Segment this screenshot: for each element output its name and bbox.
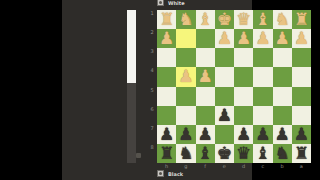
- black-pawn-piece[interactable]: ♟: [178, 125, 193, 144]
- square-h3[interactable]: [157, 48, 176, 67]
- square-g8[interactable]: ♞: [176, 144, 195, 163]
- black-pawn-piece[interactable]: ♟: [217, 106, 232, 125]
- black-player-avatar[interactable]: [157, 170, 164, 177]
- square-f8[interactable]: ♝: [196, 144, 215, 163]
- white-king-piece[interactable]: ♚: [217, 10, 232, 29]
- square-b7[interactable]: ♟: [273, 125, 292, 144]
- square-g4[interactable]: ♟: [176, 67, 195, 86]
- square-b8[interactable]: ♞: [273, 144, 292, 163]
- file-label-a: a: [292, 162, 311, 170]
- white-pawn-piece[interactable]: ♟: [294, 29, 309, 48]
- white-knight-piece[interactable]: ♞: [275, 10, 290, 29]
- square-c4[interactable]: [253, 67, 272, 86]
- square-e1[interactable]: ♚: [215, 10, 234, 29]
- black-pawn-piece[interactable]: ♟: [236, 125, 251, 144]
- square-e4[interactable]: [215, 67, 234, 86]
- square-c3[interactable]: [253, 48, 272, 67]
- square-e3[interactable]: [215, 48, 234, 67]
- black-queen-piece[interactable]: ♛: [236, 144, 251, 163]
- square-b5[interactable]: [273, 87, 292, 106]
- square-g2[interactable]: [176, 29, 195, 48]
- square-a7[interactable]: ♟: [292, 125, 311, 144]
- square-h6[interactable]: [157, 106, 176, 125]
- file-label-e: e: [215, 162, 234, 170]
- file-label-f: f: [196, 162, 215, 170]
- white-player-avatar[interactable]: [157, 0, 164, 6]
- square-g5[interactable]: [176, 87, 195, 106]
- white-bishop-piece[interactable]: ♝: [255, 10, 270, 29]
- white-pawn-piece[interactable]: ♟: [255, 29, 270, 48]
- square-g7[interactable]: ♟: [176, 125, 195, 144]
- square-a5[interactable]: [292, 87, 311, 106]
- square-f1[interactable]: ♝: [196, 10, 215, 29]
- white-bishop-piece[interactable]: ♝: [198, 10, 213, 29]
- white-pawn-piece[interactable]: ♟: [159, 29, 174, 48]
- square-d1[interactable]: ♛: [234, 10, 253, 29]
- black-pawn-piece[interactable]: ♟: [255, 125, 270, 144]
- square-a4[interactable]: [292, 67, 311, 86]
- file-labels: hgfedcba: [157, 162, 311, 170]
- square-d8[interactable]: ♛: [234, 144, 253, 163]
- square-f7[interactable]: ♟: [196, 125, 215, 144]
- white-queen-piece[interactable]: ♛: [236, 10, 251, 29]
- file-label-b: b: [273, 162, 292, 170]
- square-a2[interactable]: ♟: [292, 29, 311, 48]
- file-label-c: c: [253, 162, 272, 170]
- square-g6[interactable]: [176, 106, 195, 125]
- square-c1[interactable]: ♝: [253, 10, 272, 29]
- black-king-piece[interactable]: ♚: [217, 144, 232, 163]
- square-e8[interactable]: ♚: [215, 144, 234, 163]
- square-d3[interactable]: [234, 48, 253, 67]
- black-knight-piece[interactable]: ♞: [178, 144, 193, 163]
- rank-label-7: 7: [148, 125, 156, 144]
- black-knight-piece[interactable]: ♞: [275, 144, 290, 163]
- evaluation-bar: [127, 10, 136, 163]
- square-c6[interactable]: [253, 106, 272, 125]
- square-a1[interactable]: ♜: [292, 10, 311, 29]
- square-e5[interactable]: [215, 87, 234, 106]
- square-h2[interactable]: ♟: [157, 29, 176, 48]
- black-pawn-piece[interactable]: ♟: [198, 125, 213, 144]
- square-e7[interactable]: [215, 125, 234, 144]
- square-b3[interactable]: [273, 48, 292, 67]
- rank-label-1: 1: [148, 10, 156, 29]
- square-h5[interactable]: [157, 87, 176, 106]
- rank-label-3: 3: [148, 48, 156, 67]
- square-c8[interactable]: ♝: [253, 144, 272, 163]
- white-pawn-piece[interactable]: ♟: [198, 67, 213, 86]
- white-player-name: White: [168, 0, 185, 7]
- white-rook-piece[interactable]: ♜: [294, 10, 309, 29]
- rank-labels: 12345678: [148, 10, 156, 163]
- rank-label-8: 8: [148, 144, 156, 163]
- page-background: White 12345678 ♜♞♝♚♛♝♞♜♟♟♟♟♟♟♟♟♟♟♟♟♟♟♟♟♜…: [0, 0, 320, 180]
- square-c7[interactable]: ♟: [253, 125, 272, 144]
- square-a6[interactable]: [292, 106, 311, 125]
- rank-label-4: 4: [148, 67, 156, 86]
- rank-label-2: 2: [148, 29, 156, 48]
- square-b6[interactable]: [273, 106, 292, 125]
- square-h4[interactable]: [157, 67, 176, 86]
- white-rook-piece[interactable]: ♜: [159, 10, 174, 29]
- square-d2[interactable]: ♟: [234, 29, 253, 48]
- black-bishop-piece[interactable]: ♝: [198, 144, 213, 163]
- square-c5[interactable]: [253, 87, 272, 106]
- square-h7[interactable]: ♟: [157, 125, 176, 144]
- square-h1[interactable]: ♜: [157, 10, 176, 29]
- square-d7[interactable]: ♟: [234, 125, 253, 144]
- file-label-d: d: [234, 162, 253, 170]
- square-b4[interactable]: [273, 67, 292, 86]
- white-pawn-piece[interactable]: ♟: [236, 29, 251, 48]
- rank-label-5: 5: [148, 87, 156, 106]
- square-d4[interactable]: [234, 67, 253, 86]
- board-control-icon[interactable]: [136, 153, 141, 158]
- square-d6[interactable]: [234, 106, 253, 125]
- square-e2[interactable]: ♟: [215, 29, 234, 48]
- black-pawn-piece[interactable]: ♟: [294, 125, 309, 144]
- square-f6[interactable]: [196, 106, 215, 125]
- square-f4[interactable]: ♟: [196, 67, 215, 86]
- chess-board[interactable]: ♜♞♝♚♛♝♞♜♟♟♟♟♟♟♟♟♟♟♟♟♟♟♟♟♜♞♝♚♛♝♞♜: [157, 10, 311, 163]
- evaluation-bar-white-segment: [127, 10, 136, 83]
- square-g3[interactable]: [176, 48, 195, 67]
- black-pawn-piece[interactable]: ♟: [275, 125, 290, 144]
- square-c2[interactable]: ♟: [253, 29, 272, 48]
- black-player-name: Black: [168, 171, 183, 178]
- file-label-g: g: [176, 162, 195, 170]
- square-g1[interactable]: ♞: [176, 10, 195, 29]
- rank-label-6: 6: [148, 106, 156, 125]
- square-d5[interactable]: [234, 87, 253, 106]
- square-b1[interactable]: ♞: [273, 10, 292, 29]
- app-panel: White 12345678 ♜♞♝♚♛♝♞♜♟♟♟♟♟♟♟♟♟♟♟♟♟♟♟♟♜…: [62, 0, 252, 180]
- square-a8[interactable]: ♜: [292, 144, 311, 163]
- square-f5[interactable]: [196, 87, 215, 106]
- black-bishop-piece[interactable]: ♝: [255, 144, 270, 163]
- black-pawn-piece[interactable]: ♟: [159, 125, 174, 144]
- square-b2[interactable]: ♟: [273, 29, 292, 48]
- square-f2[interactable]: [196, 29, 215, 48]
- black-rook-piece[interactable]: ♜: [159, 144, 174, 163]
- file-label-h: h: [157, 162, 176, 170]
- white-knight-piece[interactable]: ♞: [178, 10, 193, 29]
- white-pawn-piece[interactable]: ♟: [178, 67, 193, 86]
- black-rook-piece[interactable]: ♜: [294, 144, 309, 163]
- square-h8[interactable]: ♜: [157, 144, 176, 163]
- white-pawn-piece[interactable]: ♟: [217, 29, 232, 48]
- square-a3[interactable]: [292, 48, 311, 67]
- white-pawn-piece[interactable]: ♟: [275, 29, 290, 48]
- square-e6[interactable]: ♟: [215, 106, 234, 125]
- square-f3[interactable]: [196, 48, 215, 67]
